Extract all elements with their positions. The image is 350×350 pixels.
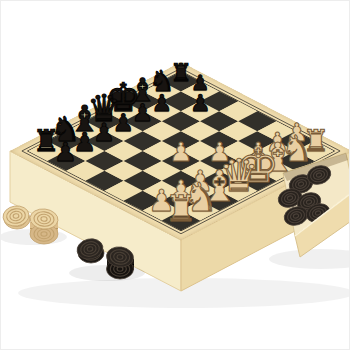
black-pawn-a7[interactable]: ♟ [54,139,77,165]
pieces-layer: ♜♞♝♛♚♝♞♜♟♟♟♟♟♟♟♟♟♟♟♟♟♟♟♟♜♞♝♛♚♝♞♜ [1,1,349,349]
black-pawn-f7[interactable]: ♟ [151,92,172,115]
black-pawn-g6[interactable]: ♟ [190,92,211,115]
white-pawn-d4[interactable]: ♟ [169,139,192,165]
product-photo: ♜♞♝♛♚♝♞♜♟♟♟♟♟♟♟♟♟♟♟♟♟♟♟♟♜♞♝♛♚♝♞♜ [0,0,350,350]
black-pawn-d7[interactable]: ♟ [112,111,134,135]
white-rook-a1[interactable]: ♜ [165,191,197,227]
black-pawn-e7[interactable]: ♟ [132,101,154,125]
